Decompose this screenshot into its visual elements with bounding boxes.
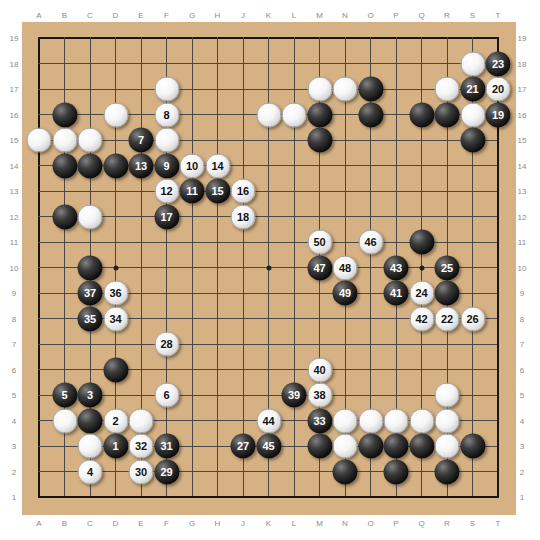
coord-label-top: S (470, 11, 475, 20)
coord-label-left: 8 (12, 314, 16, 323)
coord-label-top: C (87, 11, 93, 20)
coord-label-right: 6 (520, 365, 524, 374)
stone-black: 11 (180, 179, 205, 204)
stone-black: 27 (231, 434, 256, 459)
move-number: 50 (313, 237, 325, 248)
stone-white: 12 (154, 179, 179, 204)
stone-black (78, 153, 103, 178)
stone-black (409, 102, 434, 127)
stone-black (307, 434, 332, 459)
move-number: 43 (390, 262, 402, 273)
stone-black: 9 (154, 153, 179, 178)
move-number: 8 (163, 109, 169, 120)
stone-black: 29 (154, 459, 179, 484)
move-number: 2 (112, 415, 118, 426)
coord-label-bottom: T (496, 519, 501, 528)
stone-white: 38 (307, 383, 332, 408)
stone-black: 23 (486, 51, 511, 76)
coord-label-top: N (342, 11, 348, 20)
coord-label-left: 1 (12, 493, 16, 502)
move-number: 1 (112, 441, 118, 452)
stone-white (27, 128, 52, 153)
coord-label-right: 16 (518, 110, 527, 119)
coord-label-top: E (138, 11, 143, 20)
move-number: 35 (84, 313, 96, 324)
coord-label-right: 9 (520, 289, 524, 298)
coord-label-top: D (113, 11, 119, 20)
coord-label-top: P (393, 11, 398, 20)
move-number: 4 (87, 466, 93, 477)
stone-white: 14 (205, 153, 230, 178)
stone-white (333, 434, 358, 459)
coord-label-left: 11 (10, 238, 18, 247)
stone-white (460, 102, 485, 127)
stone-black (103, 357, 128, 382)
stone-black: 19 (486, 102, 511, 127)
star-point (113, 265, 118, 270)
move-number: 32 (135, 441, 147, 452)
stone-white: 26 (460, 306, 485, 331)
coord-label-left: 4 (12, 416, 16, 425)
move-number: 10 (186, 160, 198, 171)
coord-label-left: 12 (10, 212, 19, 221)
move-number: 42 (415, 313, 427, 324)
coord-label-right: 5 (520, 391, 524, 400)
move-number: 40 (313, 364, 325, 375)
move-number: 37 (84, 288, 96, 299)
stone-black (333, 459, 358, 484)
stone-white (435, 408, 460, 433)
stone-white: 40 (307, 357, 332, 382)
coord-label-right: 1 (520, 493, 524, 502)
grid-line-horizontal (38, 344, 499, 345)
move-number: 41 (390, 288, 402, 299)
stone-white: 24 (409, 281, 434, 306)
stone-white: 28 (154, 332, 179, 357)
move-number: 49 (339, 288, 351, 299)
move-number: 29 (160, 466, 172, 477)
stone-white (460, 51, 485, 76)
move-number: 19 (492, 109, 504, 120)
move-number: 31 (160, 441, 172, 452)
stone-white: 50 (307, 230, 332, 255)
stone-white: 20 (486, 77, 511, 102)
move-number: 30 (135, 466, 147, 477)
move-number: 48 (339, 262, 351, 273)
move-number: 26 (466, 313, 478, 324)
move-number: 6 (163, 390, 169, 401)
coord-label-left: 16 (10, 110, 19, 119)
stone-white (256, 102, 281, 127)
move-number: 36 (109, 288, 121, 299)
stone-black: 25 (435, 255, 460, 280)
coord-label-bottom: K (266, 519, 271, 528)
stone-black: 41 (384, 281, 409, 306)
stone-black (435, 459, 460, 484)
move-number: 38 (313, 390, 325, 401)
move-number: 27 (237, 441, 249, 452)
coord-label-right: 3 (520, 442, 524, 451)
move-number: 45 (262, 441, 274, 452)
coord-label-left: 14 (10, 161, 19, 170)
move-number: 28 (160, 339, 172, 350)
coord-label-right: 4 (520, 416, 524, 425)
stone-white: 44 (256, 408, 281, 433)
stone-black: 1 (103, 434, 128, 459)
coord-label-bottom: A (36, 519, 41, 528)
coord-label-bottom: P (393, 519, 398, 528)
stone-black (358, 77, 383, 102)
coord-label-top: J (241, 11, 245, 20)
coord-label-left: 3 (12, 442, 16, 451)
stone-white (52, 408, 77, 433)
stone-white: 42 (409, 306, 434, 331)
stone-black: 37 (78, 281, 103, 306)
coord-label-left: 17 (10, 85, 19, 94)
stone-white: 36 (103, 281, 128, 306)
coord-label-top: M (316, 11, 323, 20)
stone-black (460, 128, 485, 153)
move-number: 39 (288, 390, 300, 401)
stone-white: 30 (129, 459, 154, 484)
coord-label-right: 12 (518, 212, 527, 221)
stone-white (384, 408, 409, 433)
coord-label-top: R (444, 11, 450, 20)
stone-white: 22 (435, 306, 460, 331)
go-diagram: AABBCCDDEEFFGGHHJJKKLLMMNNOOPPQQRRSSTT19… (0, 0, 540, 540)
coord-label-bottom: L (292, 519, 296, 528)
coord-label-right: 19 (518, 34, 527, 43)
coord-label-left: 15 (10, 136, 19, 145)
move-number: 33 (313, 415, 325, 426)
board-layer: AABBCCDDEEFFGGHHJJKKLLMMNNOOPPQQRRSSTT19… (0, 0, 540, 540)
stone-white: 48 (333, 255, 358, 280)
stone-white (307, 77, 332, 102)
stone-black: 33 (307, 408, 332, 433)
coord-label-left: 19 (10, 34, 19, 43)
stone-black: 13 (129, 153, 154, 178)
stone-black: 15 (205, 179, 230, 204)
coord-label-left: 2 (12, 467, 16, 476)
stone-black (52, 204, 77, 229)
move-number: 18 (237, 211, 249, 222)
coord-label-bottom: M (316, 519, 323, 528)
grid-line-horizontal (38, 395, 499, 396)
move-number: 21 (466, 84, 478, 95)
stone-white (52, 128, 77, 153)
stone-white (154, 77, 179, 102)
coord-label-top: B (62, 11, 67, 20)
stone-white: 10 (180, 153, 205, 178)
coord-label-bottom: C (87, 519, 93, 528)
stone-black (307, 102, 332, 127)
stone-white (129, 408, 154, 433)
coord-label-left: 18 (10, 59, 19, 68)
stone-black: 31 (154, 434, 179, 459)
stone-black (460, 434, 485, 459)
stone-white: 16 (231, 179, 256, 204)
stone-white: 34 (103, 306, 128, 331)
coord-label-left: 13 (10, 187, 19, 196)
coord-label-right: 13 (518, 187, 527, 196)
coord-label-top: T (496, 11, 501, 20)
stone-white: 18 (231, 204, 256, 229)
coord-label-left: 5 (12, 391, 16, 400)
coord-label-bottom: N (342, 519, 348, 528)
move-number: 25 (441, 262, 453, 273)
move-number: 24 (415, 288, 427, 299)
stone-white: 32 (129, 434, 154, 459)
coord-label-left: 10 (10, 263, 19, 272)
coord-label-bottom: G (189, 519, 195, 528)
coord-label-bottom: O (367, 519, 373, 528)
coord-label-right: 14 (518, 161, 527, 170)
coord-label-left: 6 (12, 365, 16, 374)
stone-white: 6 (154, 383, 179, 408)
move-number: 7 (138, 135, 144, 146)
stone-white (435, 434, 460, 459)
move-number: 47 (313, 262, 325, 273)
move-number: 3 (87, 390, 93, 401)
stone-black (52, 153, 77, 178)
move-number: 15 (211, 186, 223, 197)
move-number: 13 (135, 160, 147, 171)
stone-black (409, 230, 434, 255)
stone-black: 35 (78, 306, 103, 331)
coord-label-bottom: S (470, 519, 475, 528)
coord-label-top: A (36, 11, 41, 20)
coord-label-top: H (215, 11, 221, 20)
stone-black (52, 102, 77, 127)
stone-white (103, 102, 128, 127)
coord-label-bottom: E (138, 519, 143, 528)
stone-black: 43 (384, 255, 409, 280)
stone-black (358, 434, 383, 459)
stone-white (358, 408, 383, 433)
stone-black: 7 (129, 128, 154, 153)
stone-white (409, 408, 434, 433)
move-number: 46 (364, 237, 376, 248)
coord-label-top: F (164, 11, 169, 20)
stone-white: 2 (103, 408, 128, 433)
coord-label-bottom: H (215, 519, 221, 528)
stone-black: 17 (154, 204, 179, 229)
stone-black (358, 102, 383, 127)
stone-black: 45 (256, 434, 281, 459)
move-number: 20 (492, 84, 504, 95)
coord-label-right: 8 (520, 314, 524, 323)
move-number: 22 (441, 313, 453, 324)
coord-label-top: Q (418, 11, 424, 20)
star-point (419, 265, 424, 270)
stone-black: 39 (282, 383, 307, 408)
coord-label-right: 11 (518, 238, 526, 247)
stone-black (409, 434, 434, 459)
move-number: 5 (61, 390, 67, 401)
move-number: 14 (211, 160, 223, 171)
stone-white: 8 (154, 102, 179, 127)
move-number: 16 (237, 186, 249, 197)
coord-label-bottom: F (164, 519, 169, 528)
stone-black (384, 459, 409, 484)
stone-black: 47 (307, 255, 332, 280)
stone-black (78, 255, 103, 280)
coord-label-right: 10 (518, 263, 527, 272)
move-number: 34 (109, 313, 121, 324)
coord-label-top: O (367, 11, 373, 20)
stone-black: 3 (78, 383, 103, 408)
stone-white (435, 383, 460, 408)
move-number: 11 (186, 186, 198, 197)
coord-label-left: 9 (12, 289, 16, 298)
stone-white: 4 (78, 459, 103, 484)
stone-black (103, 153, 128, 178)
coord-label-right: 2 (520, 467, 524, 476)
move-number: 9 (163, 160, 169, 171)
grid-line-horizontal (38, 471, 499, 472)
coord-label-top: G (189, 11, 195, 20)
stone-white (333, 408, 358, 433)
stone-black: 21 (460, 77, 485, 102)
stone-black (435, 281, 460, 306)
coord-label-bottom: J (241, 519, 245, 528)
move-number: 12 (160, 186, 172, 197)
stone-white (154, 128, 179, 153)
stone-black: 5 (52, 383, 77, 408)
stone-white (78, 128, 103, 153)
stone-white (435, 77, 460, 102)
coord-label-bottom: B (62, 519, 67, 528)
stone-white (78, 204, 103, 229)
coord-label-right: 18 (518, 59, 527, 68)
grid-line-horizontal (38, 496, 499, 498)
stone-black (435, 102, 460, 127)
stone-white (78, 434, 103, 459)
move-number: 17 (160, 211, 172, 222)
stone-black (78, 408, 103, 433)
star-point (266, 265, 271, 270)
coord-label-bottom: D (113, 519, 119, 528)
stone-black (384, 434, 409, 459)
stone-white (333, 77, 358, 102)
coord-label-top: K (266, 11, 271, 20)
coord-label-bottom: Q (418, 519, 424, 528)
coord-label-left: 7 (12, 340, 16, 349)
stone-black: 49 (333, 281, 358, 306)
move-number: 23 (492, 58, 504, 69)
coord-label-right: 17 (518, 85, 527, 94)
stone-black (307, 128, 332, 153)
coord-label-right: 15 (518, 136, 527, 145)
coord-label-right: 7 (520, 340, 524, 349)
stone-white (282, 102, 307, 127)
stone-white: 46 (358, 230, 383, 255)
move-number: 44 (262, 415, 274, 426)
coord-label-top: L (292, 11, 296, 20)
coord-label-bottom: R (444, 519, 450, 528)
